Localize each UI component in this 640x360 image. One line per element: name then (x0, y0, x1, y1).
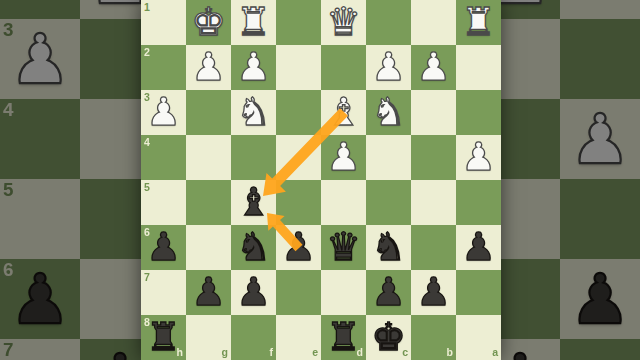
square-g5[interactable] (186, 180, 231, 225)
square-f7[interactable]: ♟ (231, 270, 276, 315)
square-e8[interactable]: e (276, 315, 321, 360)
square-a5[interactable] (456, 180, 501, 225)
square-h3[interactable]: 3♟ (141, 90, 186, 135)
square-h2[interactable]: 2 (141, 45, 186, 90)
file-label-g: g (222, 347, 228, 358)
square-h8[interactable]: 8h♜ (141, 315, 186, 360)
square-a3 (560, 19, 640, 99)
piece-black-bishop[interactable]: ♝ (231, 180, 276, 225)
square-d4[interactable]: ♟ (321, 135, 366, 180)
square-a6: ♟ (560, 259, 640, 339)
square-b1[interactable] (411, 0, 456, 45)
piece-white-king[interactable]: ♚ (186, 0, 231, 45)
main-board-wrapper: 1♚♜♛♜2♟♟♟♟3♟♞♝♞4♟♟5♝6♟♞♟♛♞♟7♟♟♟♟8h♜gfed♜… (141, 0, 501, 360)
square-a1[interactable]: ♜ (456, 0, 501, 45)
piece-black-knight[interactable]: ♞ (366, 225, 411, 270)
square-h6: 6♟ (0, 259, 80, 339)
piece-black-knight[interactable]: ♞ (231, 225, 276, 270)
square-h7: 7 (0, 339, 80, 360)
square-c2[interactable]: ♟ (366, 45, 411, 90)
square-f1[interactable]: ♜ (231, 0, 276, 45)
rank-label-5: 5 (3, 181, 13, 200)
square-f3[interactable]: ♞ (231, 90, 276, 135)
square-g2[interactable]: ♟ (186, 45, 231, 90)
piece-white-rook[interactable]: ♜ (456, 0, 501, 45)
piece-white-bishop[interactable]: ♝ (321, 90, 366, 135)
piece-white-pawn[interactable]: ♟ (456, 135, 501, 180)
square-f2[interactable]: ♟ (231, 45, 276, 90)
square-c3[interactable]: ♞ (366, 90, 411, 135)
file-label-b: b (447, 347, 453, 358)
main-board: 1♚♜♛♜2♟♟♟♟3♟♞♝♞4♟♟5♝6♟♞♟♛♞♟7♟♟♟♟8h♜gfed♜… (141, 0, 501, 360)
piece-black-queen[interactable]: ♛ (321, 225, 366, 270)
square-e7[interactable] (276, 270, 321, 315)
piece-white-pawn[interactable]: ♟ (141, 90, 186, 135)
square-b6[interactable] (411, 225, 456, 270)
square-a8[interactable]: a (456, 315, 501, 360)
piece-black-rook[interactable]: ♜ (321, 315, 366, 360)
piece-black-pawn[interactable]: ♟ (141, 225, 186, 270)
square-g3[interactable] (186, 90, 231, 135)
square-g4[interactable] (186, 135, 231, 180)
piece-black-pawn[interactable]: ♟ (411, 270, 456, 315)
square-d6[interactable]: ♛ (321, 225, 366, 270)
square-g1[interactable]: ♚ (186, 0, 231, 45)
square-a7[interactable] (456, 270, 501, 315)
rank-label-5: 5 (144, 182, 150, 193)
square-d3[interactable]: ♝ (321, 90, 366, 135)
rank-label-7: 7 (144, 272, 150, 283)
square-b4[interactable] (411, 135, 456, 180)
piece-white-pawn[interactable]: ♟ (231, 45, 276, 90)
piece-white-rook[interactable]: ♜ (231, 0, 276, 45)
square-h3: 3♟ (0, 19, 80, 99)
square-b2[interactable]: ♟ (411, 45, 456, 90)
piece-black-king[interactable]: ♚ (366, 315, 411, 360)
square-a2 (560, 0, 640, 19)
square-b7[interactable]: ♟ (411, 270, 456, 315)
square-e2[interactable] (276, 45, 321, 90)
square-h5[interactable]: 5 (141, 180, 186, 225)
file-label-e: e (312, 347, 318, 358)
square-c7[interactable]: ♟ (366, 270, 411, 315)
square-h4[interactable]: 4 (141, 135, 186, 180)
square-a7 (560, 339, 640, 360)
square-e1[interactable] (276, 0, 321, 45)
square-d1[interactable]: ♛ (321, 0, 366, 45)
file-label-a: a (492, 347, 498, 358)
square-d5[interactable] (321, 180, 366, 225)
square-e3[interactable] (276, 90, 321, 135)
square-b8[interactable]: b (411, 315, 456, 360)
square-h5: 5 (0, 179, 80, 259)
square-g8[interactable]: g (186, 315, 231, 360)
piece-white-pawn: ♟ (0, 19, 80, 99)
piece-black-pawn[interactable]: ♟ (276, 225, 321, 270)
file-label-f: f (269, 347, 273, 358)
square-h6[interactable]: 6♟ (141, 225, 186, 270)
square-b5[interactable] (411, 180, 456, 225)
square-f6[interactable]: ♞ (231, 225, 276, 270)
piece-white-queen[interactable]: ♛ (321, 0, 366, 45)
square-a5 (560, 179, 640, 259)
piece-white-knight[interactable]: ♞ (366, 90, 411, 135)
square-a4: ♟ (560, 99, 640, 179)
square-d7[interactable] (321, 270, 366, 315)
square-d2[interactable] (321, 45, 366, 90)
square-f4[interactable] (231, 135, 276, 180)
square-c1[interactable] (366, 0, 411, 45)
square-a4[interactable]: ♟ (456, 135, 501, 180)
square-a6[interactable]: ♟ (456, 225, 501, 270)
square-c6[interactable]: ♞ (366, 225, 411, 270)
piece-black-pawn[interactable]: ♟ (231, 270, 276, 315)
square-b3[interactable] (411, 90, 456, 135)
square-h7[interactable]: 7 (141, 270, 186, 315)
rank-label-2: 2 (144, 47, 150, 58)
rank-label-7: 7 (3, 341, 13, 360)
piece-black-pawn: ♟ (0, 259, 80, 339)
rank-label-4: 4 (3, 101, 13, 120)
square-c5[interactable] (366, 180, 411, 225)
square-e4[interactable] (276, 135, 321, 180)
video-frame: 1♚♜♛♜2♟♟♟♟3♟♞♝♞4♟♟5♝6♟♞♟♛♞♟7♟♟♟♟8h♜gfed♜… (0, 0, 640, 360)
square-g6[interactable] (186, 225, 231, 270)
piece-white-pawn: ♟ (560, 99, 640, 179)
piece-black-pawn: ♟ (560, 259, 640, 339)
piece-black-pawn[interactable]: ♟ (366, 270, 411, 315)
square-e5[interactable] (276, 180, 321, 225)
piece-black-pawn[interactable]: ♟ (186, 270, 231, 315)
piece-white-pawn[interactable]: ♟ (321, 135, 366, 180)
rank-label-4: 4 (144, 137, 150, 148)
square-c8[interactable]: c♚ (366, 315, 411, 360)
piece-black-pawn[interactable]: ♟ (456, 225, 501, 270)
rank-label-1: 1 (144, 2, 150, 13)
piece-white-knight[interactable]: ♞ (231, 90, 276, 135)
square-f8[interactable]: f (231, 315, 276, 360)
square-a2[interactable] (456, 45, 501, 90)
piece-black-rook[interactable]: ♜ (141, 315, 186, 360)
square-f5[interactable]: ♝ (231, 180, 276, 225)
piece-white-pawn[interactable]: ♟ (186, 45, 231, 90)
square-g7[interactable]: ♟ (186, 270, 231, 315)
square-h2: 2 (0, 0, 80, 19)
square-a3[interactable] (456, 90, 501, 135)
piece-white-pawn[interactable]: ♟ (366, 45, 411, 90)
piece-white-pawn[interactable]: ♟ (411, 45, 456, 90)
square-e6[interactable]: ♟ (276, 225, 321, 270)
square-d8[interactable]: d♜ (321, 315, 366, 360)
square-h4: 4 (0, 99, 80, 179)
square-c4[interactable] (366, 135, 411, 180)
square-h1[interactable]: 1 (141, 0, 186, 45)
